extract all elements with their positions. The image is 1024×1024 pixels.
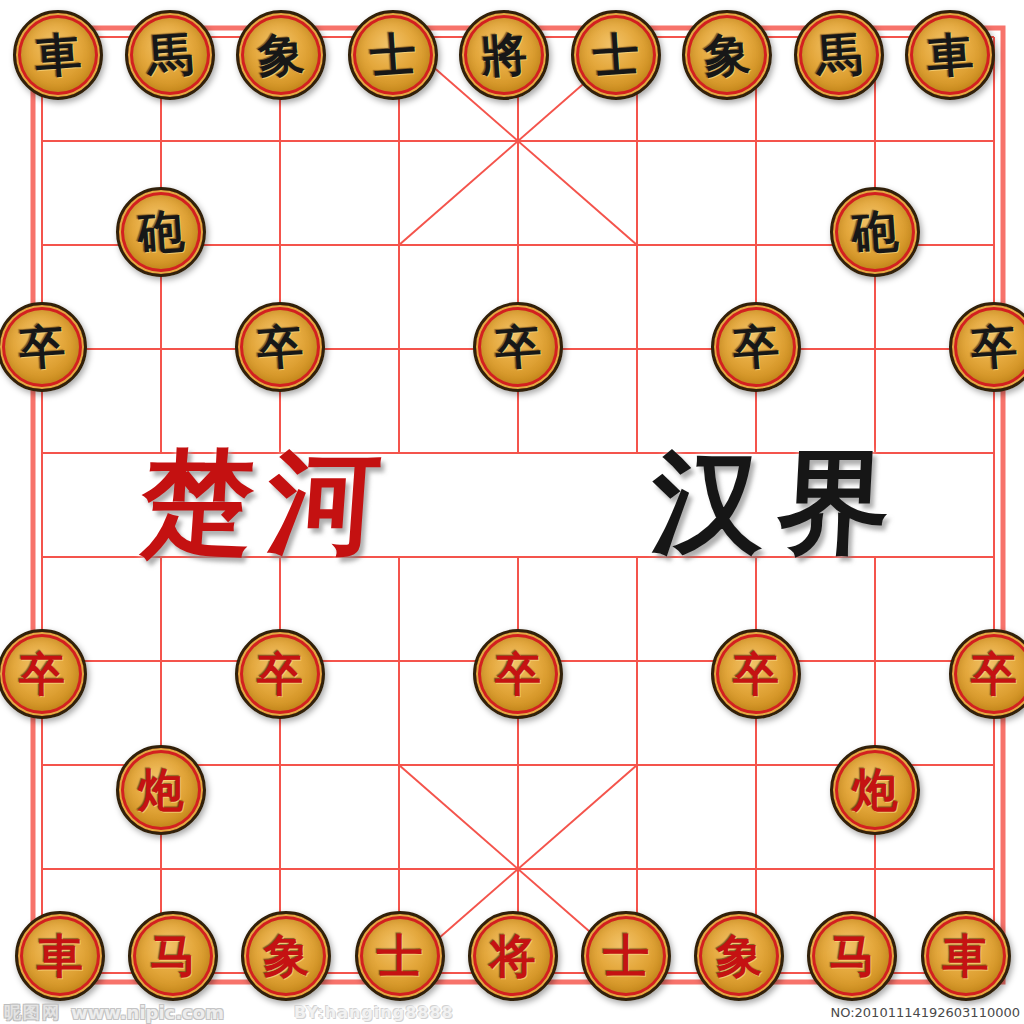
piece-black-advisor[interactable]: 士: [571, 10, 661, 100]
piece-red-advisor[interactable]: 士: [355, 911, 445, 1001]
red-soldier-glyph: 卒: [19, 651, 65, 697]
piece-black-elephant[interactable]: 象: [682, 10, 772, 100]
black-soldier-glyph: 卒: [17, 322, 66, 371]
black-soldier-glyph: 卒: [493, 322, 542, 371]
black-horse-glyph: 馬: [145, 30, 194, 79]
red-advisor-glyph: 士: [377, 933, 423, 979]
black-general-glyph: 將: [479, 30, 528, 79]
red-cannon-glyph: 炮: [852, 767, 898, 813]
xiangqi-board-screenshot: 楚河 汉界 車馬象士將士象馬車砲砲卒卒卒卒卒卒卒卒卒卒炮炮車马象士将士象马車 昵…: [0, 0, 1024, 1024]
piece-black-soldier[interactable]: 卒: [235, 302, 325, 392]
watermark-serial: NO:20101114192603110000: [830, 1005, 1020, 1020]
piece-red-chariot[interactable]: 車: [921, 911, 1011, 1001]
piece-red-cannon[interactable]: 炮: [830, 745, 920, 835]
watermark-author: BY:hanging8888: [294, 1003, 454, 1022]
piece-black-chariot[interactable]: 車: [13, 10, 103, 100]
piece-red-advisor[interactable]: 士: [581, 911, 671, 1001]
piece-black-horse[interactable]: 馬: [794, 10, 884, 100]
red-soldier-glyph: 卒: [971, 651, 1017, 697]
black-advisor-glyph: 士: [368, 30, 417, 79]
piece-black-soldier[interactable]: 卒: [473, 302, 563, 392]
piece-red-soldier[interactable]: 卒: [473, 629, 563, 719]
red-elephant-glyph: 象: [716, 933, 762, 979]
black-elephant-glyph: 象: [702, 30, 751, 79]
piece-red-elephant[interactable]: 象: [694, 911, 784, 1001]
red-elephant-glyph: 象: [263, 933, 309, 979]
red-chariot-glyph: 車: [943, 933, 989, 979]
piece-red-chariot[interactable]: 車: [15, 911, 105, 1001]
red-advisor-glyph: 士: [603, 933, 649, 979]
piece-black-advisor[interactable]: 士: [348, 10, 438, 100]
piece-black-general[interactable]: 將: [459, 10, 549, 100]
piece-red-cannon[interactable]: 炮: [116, 745, 206, 835]
piece-red-soldier[interactable]: 卒: [235, 629, 325, 719]
piece-black-horse[interactable]: 馬: [125, 10, 215, 100]
black-cannon-glyph: 砲: [136, 207, 185, 256]
red-soldier-glyph: 卒: [257, 651, 303, 697]
black-advisor-glyph: 士: [591, 30, 640, 79]
red-soldier-glyph: 卒: [733, 651, 779, 697]
piece-black-elephant[interactable]: 象: [236, 10, 326, 100]
red-soldier-glyph: 卒: [495, 651, 541, 697]
red-horse-glyph: 马: [829, 933, 875, 979]
piece-black-cannon[interactable]: 砲: [830, 187, 920, 277]
piece-red-general[interactable]: 将: [468, 911, 558, 1001]
black-horse-glyph: 馬: [814, 30, 863, 79]
piece-red-elephant[interactable]: 象: [241, 911, 331, 1001]
piece-red-soldier[interactable]: 卒: [949, 629, 1024, 719]
red-general-glyph: 将: [490, 933, 536, 979]
black-chariot-glyph: 車: [925, 30, 974, 79]
black-cannon-glyph: 砲: [850, 207, 899, 256]
watermark-site-url: www.nipic.com: [71, 1002, 224, 1023]
red-horse-glyph: 马: [150, 933, 196, 979]
piece-black-soldier[interactable]: 卒: [0, 302, 87, 392]
piece-black-soldier[interactable]: 卒: [949, 302, 1024, 392]
black-elephant-glyph: 象: [256, 30, 305, 79]
black-soldier-glyph: 卒: [731, 322, 780, 371]
black-chariot-glyph: 車: [33, 30, 82, 79]
red-cannon-glyph: 炮: [138, 767, 184, 813]
black-soldier-glyph: 卒: [255, 322, 304, 371]
pieces-layer: 車馬象士將士象馬車砲砲卒卒卒卒卒卒卒卒卒卒炮炮車马象士将士象马車: [0, 0, 1024, 1024]
piece-black-soldier[interactable]: 卒: [711, 302, 801, 392]
piece-red-soldier[interactable]: 卒: [0, 629, 87, 719]
piece-black-chariot[interactable]: 車: [905, 10, 995, 100]
piece-red-horse[interactable]: 马: [128, 911, 218, 1001]
piece-red-soldier[interactable]: 卒: [711, 629, 801, 719]
black-soldier-glyph: 卒: [969, 322, 1018, 371]
red-chariot-glyph: 車: [37, 933, 83, 979]
watermark-site-logo: 昵图网: [4, 1001, 61, 1024]
watermark-bar: 昵图网 www.nipic.com BY:hanging8888 NO:2010…: [0, 1000, 1024, 1024]
piece-black-cannon[interactable]: 砲: [116, 187, 206, 277]
piece-red-horse[interactable]: 马: [807, 911, 897, 1001]
